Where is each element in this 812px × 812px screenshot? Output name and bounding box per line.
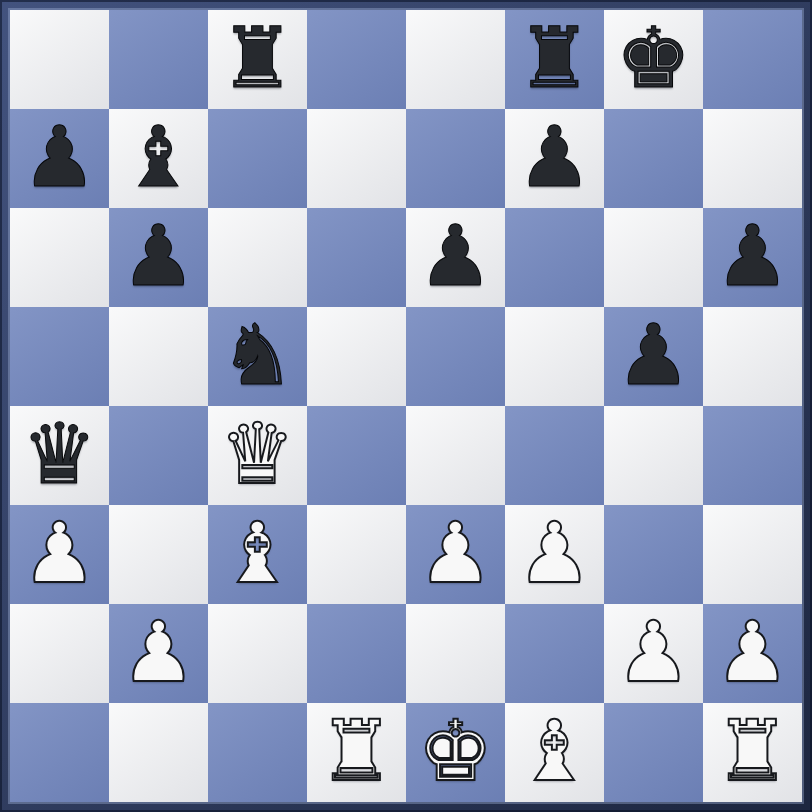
square-a5[interactable] bbox=[10, 307, 109, 406]
square-a3[interactable]: ♟ bbox=[10, 505, 109, 604]
square-e2[interactable] bbox=[406, 604, 505, 703]
square-g7[interactable] bbox=[604, 109, 703, 208]
square-d3[interactable] bbox=[307, 505, 406, 604]
square-e7[interactable] bbox=[406, 109, 505, 208]
square-g5[interactable]: ♟ bbox=[604, 307, 703, 406]
square-d1[interactable]: ♜ bbox=[307, 703, 406, 802]
piece-white-pawn[interactable]: ♟ bbox=[418, 511, 493, 595]
square-d7[interactable] bbox=[307, 109, 406, 208]
square-c2[interactable] bbox=[208, 604, 307, 703]
square-f5[interactable] bbox=[505, 307, 604, 406]
piece-black-pawn[interactable]: ♟ bbox=[418, 214, 493, 298]
piece-black-queen[interactable]: ♛ bbox=[22, 412, 97, 496]
square-d4[interactable] bbox=[307, 406, 406, 505]
chess-board: ♜♜♚♟♝♟♟♟♟♞♟♛♛♟♝♟♟♟♟♟♜♚♝♜ bbox=[10, 10, 802, 802]
square-c1[interactable] bbox=[208, 703, 307, 802]
square-b7[interactable]: ♝ bbox=[109, 109, 208, 208]
piece-white-rook[interactable]: ♜ bbox=[715, 709, 790, 793]
square-h6[interactable]: ♟ bbox=[703, 208, 802, 307]
square-f2[interactable] bbox=[505, 604, 604, 703]
square-h3[interactable] bbox=[703, 505, 802, 604]
piece-white-pawn[interactable]: ♟ bbox=[616, 610, 691, 694]
piece-black-bishop[interactable]: ♝ bbox=[121, 115, 196, 199]
square-e4[interactable] bbox=[406, 406, 505, 505]
piece-black-pawn[interactable]: ♟ bbox=[715, 214, 790, 298]
square-f1[interactable]: ♝ bbox=[505, 703, 604, 802]
square-a1[interactable] bbox=[10, 703, 109, 802]
square-d5[interactable] bbox=[307, 307, 406, 406]
square-h2[interactable]: ♟ bbox=[703, 604, 802, 703]
square-c3[interactable]: ♝ bbox=[208, 505, 307, 604]
square-f8[interactable]: ♜ bbox=[505, 10, 604, 109]
square-e5[interactable] bbox=[406, 307, 505, 406]
piece-black-rook[interactable]: ♜ bbox=[220, 16, 295, 100]
piece-black-king[interactable]: ♚ bbox=[616, 16, 691, 100]
square-b2[interactable]: ♟ bbox=[109, 604, 208, 703]
piece-white-pawn[interactable]: ♟ bbox=[22, 511, 97, 595]
square-h7[interactable] bbox=[703, 109, 802, 208]
square-f7[interactable]: ♟ bbox=[505, 109, 604, 208]
square-e3[interactable]: ♟ bbox=[406, 505, 505, 604]
piece-black-pawn[interactable]: ♟ bbox=[22, 115, 97, 199]
square-f6[interactable] bbox=[505, 208, 604, 307]
square-c4[interactable]: ♛ bbox=[208, 406, 307, 505]
square-c7[interactable] bbox=[208, 109, 307, 208]
square-f4[interactable] bbox=[505, 406, 604, 505]
square-b4[interactable] bbox=[109, 406, 208, 505]
square-h1[interactable]: ♜ bbox=[703, 703, 802, 802]
square-a4[interactable]: ♛ bbox=[10, 406, 109, 505]
square-b1[interactable] bbox=[109, 703, 208, 802]
square-e1[interactable]: ♚ bbox=[406, 703, 505, 802]
square-b6[interactable]: ♟ bbox=[109, 208, 208, 307]
square-f3[interactable]: ♟ bbox=[505, 505, 604, 604]
piece-white-queen[interactable]: ♛ bbox=[220, 412, 295, 496]
square-h5[interactable] bbox=[703, 307, 802, 406]
square-c5[interactable]: ♞ bbox=[208, 307, 307, 406]
square-g4[interactable] bbox=[604, 406, 703, 505]
square-h4[interactable] bbox=[703, 406, 802, 505]
square-c6[interactable] bbox=[208, 208, 307, 307]
square-a8[interactable] bbox=[10, 10, 109, 109]
piece-white-bishop[interactable]: ♝ bbox=[220, 511, 295, 595]
piece-white-pawn[interactable]: ♟ bbox=[121, 610, 196, 694]
piece-black-rook[interactable]: ♜ bbox=[517, 16, 592, 100]
piece-black-knight[interactable]: ♞ bbox=[220, 313, 295, 397]
square-d6[interactable] bbox=[307, 208, 406, 307]
piece-black-pawn[interactable]: ♟ bbox=[121, 214, 196, 298]
piece-black-pawn[interactable]: ♟ bbox=[517, 115, 592, 199]
square-g8[interactable]: ♚ bbox=[604, 10, 703, 109]
square-b5[interactable] bbox=[109, 307, 208, 406]
square-c8[interactable]: ♜ bbox=[208, 10, 307, 109]
board-frame: ♜♜♚♟♝♟♟♟♟♞♟♛♛♟♝♟♟♟♟♟♜♚♝♜ bbox=[0, 0, 812, 812]
square-b8[interactable] bbox=[109, 10, 208, 109]
square-e6[interactable]: ♟ bbox=[406, 208, 505, 307]
piece-white-bishop[interactable]: ♝ bbox=[517, 709, 592, 793]
square-d2[interactable] bbox=[307, 604, 406, 703]
square-g6[interactable] bbox=[604, 208, 703, 307]
piece-white-pawn[interactable]: ♟ bbox=[517, 511, 592, 595]
square-a7[interactable]: ♟ bbox=[10, 109, 109, 208]
square-b3[interactable] bbox=[109, 505, 208, 604]
square-g3[interactable] bbox=[604, 505, 703, 604]
square-e8[interactable] bbox=[406, 10, 505, 109]
piece-black-pawn[interactable]: ♟ bbox=[616, 313, 691, 397]
square-a2[interactable] bbox=[10, 604, 109, 703]
piece-white-pawn[interactable]: ♟ bbox=[715, 610, 790, 694]
square-g2[interactable]: ♟ bbox=[604, 604, 703, 703]
square-h8[interactable] bbox=[703, 10, 802, 109]
square-a6[interactable] bbox=[10, 208, 109, 307]
piece-white-rook[interactable]: ♜ bbox=[319, 709, 394, 793]
square-d8[interactable] bbox=[307, 10, 406, 109]
piece-white-king[interactable]: ♚ bbox=[418, 709, 493, 793]
square-g1[interactable] bbox=[604, 703, 703, 802]
